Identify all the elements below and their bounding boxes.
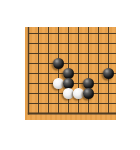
stone-black [53,58,64,69]
stone-white [53,78,64,89]
stone-white [73,88,84,99]
stone-black [83,78,94,89]
stones-grid [24,29,114,119]
stone-black [103,68,114,79]
screenshot-root [0,0,140,150]
stone-black [83,88,94,99]
stone-black [63,78,74,89]
stone-white [63,88,74,99]
stone-black [63,68,74,79]
go-board[interactable] [25,27,116,120]
